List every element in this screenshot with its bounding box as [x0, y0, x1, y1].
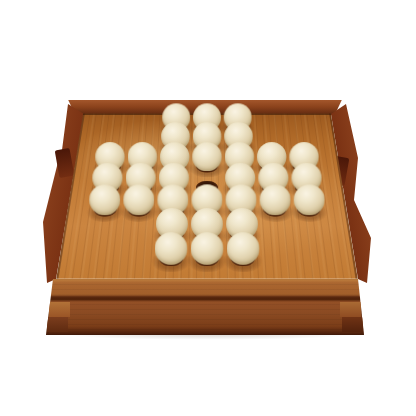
board-cell-r4c5 — [257, 198, 293, 221]
peg-ball[interactable] — [191, 232, 224, 265]
board-cell-r4c6 — [291, 198, 328, 221]
board-cell-r0c5 — [253, 117, 285, 136]
peg-solitaire-board — [56, 113, 358, 278]
finger-joint-left-top — [49, 302, 70, 317]
box-front-face — [46, 279, 364, 335]
board-cell-r5c6 — [293, 221, 331, 245]
board-cell-r6c5 — [260, 246, 298, 272]
peg-ball[interactable] — [123, 185, 154, 216]
product-photo-background: Peg Solitaire — [0, 0, 416, 416]
board-cell-r6c1 — [116, 246, 154, 272]
board-cell-r6c3 — [189, 246, 225, 272]
peg-ball[interactable] — [154, 232, 187, 265]
board-cell-r6c6 — [296, 246, 335, 272]
finger-joint-left-bottom — [47, 317, 68, 332]
board-cell-r6c2 — [152, 246, 189, 272]
peg-ball[interactable] — [89, 185, 120, 216]
board-cell-r4c1 — [121, 198, 157, 221]
board-cell-r6c0 — [79, 246, 118, 272]
board-cell-r6c4 — [225, 246, 262, 272]
finger-joint-right-bottom — [342, 317, 363, 332]
peg-ball[interactable] — [227, 232, 260, 265]
peg-ball[interactable] — [192, 142, 221, 171]
board-cell-r0c0 — [98, 117, 131, 136]
board-cell-r4c0 — [86, 198, 123, 221]
board-cell-r2c3 — [191, 156, 224, 177]
board-cell-r5c1 — [118, 221, 155, 245]
board-cell-r5c0 — [83, 221, 121, 245]
finger-joint-right-top — [340, 302, 361, 317]
board-cell-r0c1 — [129, 117, 161, 136]
board-cell-r0c6 — [283, 117, 316, 136]
board-cell-r5c5 — [259, 221, 296, 245]
